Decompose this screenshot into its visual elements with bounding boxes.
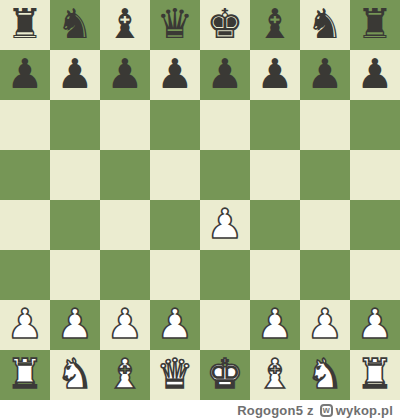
- square-b6[interactable]: [50, 100, 100, 150]
- square-g8[interactable]: ♞: [300, 0, 350, 50]
- square-b3[interactable]: [50, 250, 100, 300]
- square-h2[interactable]: ♟: [350, 300, 400, 350]
- square-b1[interactable]: ♞: [50, 350, 100, 400]
- white-bishop-piece: ♝: [257, 350, 294, 399]
- square-e2[interactable]: [200, 300, 250, 350]
- caption-site: wykop.pl: [336, 403, 393, 418]
- square-c6[interactable]: [100, 100, 150, 150]
- square-f2[interactable]: ♟: [250, 300, 300, 350]
- wykop-logo-letter: w: [323, 405, 330, 414]
- caption: Rogogon5 z w wykop.pl: [0, 400, 400, 420]
- caption-separator: z: [307, 403, 314, 418]
- square-g6[interactable]: [300, 100, 350, 150]
- white-pawn-piece: ♟: [207, 200, 244, 249]
- square-g1[interactable]: ♞: [300, 350, 350, 400]
- square-d6[interactable]: [150, 100, 200, 150]
- square-h1[interactable]: ♜: [350, 350, 400, 400]
- black-pawn-piece: ♟: [7, 50, 44, 99]
- square-a4[interactable]: [0, 200, 50, 250]
- black-rook-piece: ♜: [357, 0, 394, 49]
- wykop-logo-icon: w: [320, 404, 333, 417]
- square-g5[interactable]: [300, 150, 350, 200]
- black-knight-piece: ♞: [307, 0, 344, 49]
- white-knight-piece: ♞: [307, 350, 344, 399]
- caption-author: Rogogon5: [237, 403, 303, 418]
- square-d7[interactable]: ♟: [150, 50, 200, 100]
- chess-diagram: ♜♞♝♛♚♝♞♜♟♟♟♟♟♟♟♟♟♟♟♟♟♟♟♟♜♞♝♛♚♝♞♜ Rogogon…: [0, 0, 400, 420]
- square-f8[interactable]: ♝: [250, 0, 300, 50]
- square-g3[interactable]: [300, 250, 350, 300]
- square-a6[interactable]: [0, 100, 50, 150]
- black-pawn-piece: ♟: [157, 50, 194, 99]
- square-g7[interactable]: ♟: [300, 50, 350, 100]
- black-pawn-piece: ♟: [307, 50, 344, 99]
- black-king-piece: ♚: [207, 0, 244, 49]
- square-c4[interactable]: [100, 200, 150, 250]
- square-e1[interactable]: ♚: [200, 350, 250, 400]
- square-e4[interactable]: ♟: [200, 200, 250, 250]
- white-pawn-piece: ♟: [107, 300, 144, 349]
- square-f1[interactable]: ♝: [250, 350, 300, 400]
- black-queen-piece: ♛: [157, 0, 194, 49]
- square-c1[interactable]: ♝: [100, 350, 150, 400]
- white-rook-piece: ♜: [357, 350, 394, 399]
- black-pawn-piece: ♟: [207, 50, 244, 99]
- white-pawn-piece: ♟: [157, 300, 194, 349]
- square-f3[interactable]: [250, 250, 300, 300]
- square-b8[interactable]: ♞: [50, 0, 100, 50]
- square-b5[interactable]: [50, 150, 100, 200]
- white-rook-piece: ♜: [7, 350, 44, 399]
- black-pawn-piece: ♟: [57, 50, 94, 99]
- square-c7[interactable]: ♟: [100, 50, 150, 100]
- square-f5[interactable]: [250, 150, 300, 200]
- square-b2[interactable]: ♟: [50, 300, 100, 350]
- white-bishop-piece: ♝: [107, 350, 144, 399]
- square-d3[interactable]: [150, 250, 200, 300]
- white-king-piece: ♚: [207, 350, 244, 399]
- black-rook-piece: ♜: [7, 0, 44, 49]
- square-d1[interactable]: ♛: [150, 350, 200, 400]
- square-g4[interactable]: [300, 200, 350, 250]
- square-h7[interactable]: ♟: [350, 50, 400, 100]
- square-a1[interactable]: ♜: [0, 350, 50, 400]
- square-c2[interactable]: ♟: [100, 300, 150, 350]
- square-b7[interactable]: ♟: [50, 50, 100, 100]
- square-h6[interactable]: [350, 100, 400, 150]
- white-pawn-piece: ♟: [7, 300, 44, 349]
- black-pawn-piece: ♟: [357, 50, 394, 99]
- black-pawn-piece: ♟: [107, 50, 144, 99]
- square-c5[interactable]: [100, 150, 150, 200]
- square-e8[interactable]: ♚: [200, 0, 250, 50]
- black-pawn-piece: ♟: [257, 50, 294, 99]
- black-bishop-piece: ♝: [107, 0, 144, 49]
- square-c3[interactable]: [100, 250, 150, 300]
- white-pawn-piece: ♟: [307, 300, 344, 349]
- square-a7[interactable]: ♟: [0, 50, 50, 100]
- black-knight-piece: ♞: [57, 0, 94, 49]
- square-d2[interactable]: ♟: [150, 300, 200, 350]
- square-b4[interactable]: [50, 200, 100, 250]
- square-h5[interactable]: [350, 150, 400, 200]
- white-pawn-piece: ♟: [57, 300, 94, 349]
- square-e7[interactable]: ♟: [200, 50, 250, 100]
- chess-board: ♜♞♝♛♚♝♞♜♟♟♟♟♟♟♟♟♟♟♟♟♟♟♟♟♜♞♝♛♚♝♞♜: [0, 0, 400, 400]
- square-c8[interactable]: ♝: [100, 0, 150, 50]
- square-a5[interactable]: [0, 150, 50, 200]
- square-h3[interactable]: [350, 250, 400, 300]
- square-f4[interactable]: [250, 200, 300, 250]
- square-a2[interactable]: ♟: [0, 300, 50, 350]
- square-e5[interactable]: [200, 150, 250, 200]
- square-h4[interactable]: [350, 200, 400, 250]
- square-a8[interactable]: ♜: [0, 0, 50, 50]
- square-a3[interactable]: [0, 250, 50, 300]
- white-queen-piece: ♛: [157, 350, 194, 399]
- white-pawn-piece: ♟: [357, 300, 394, 349]
- square-f7[interactable]: ♟: [250, 50, 300, 100]
- square-h8[interactable]: ♜: [350, 0, 400, 50]
- square-e6[interactable]: [200, 100, 250, 150]
- square-d5[interactable]: [150, 150, 200, 200]
- white-knight-piece: ♞: [57, 350, 94, 399]
- square-d8[interactable]: ♛: [150, 0, 200, 50]
- square-e3[interactable]: [200, 250, 250, 300]
- square-g2[interactable]: ♟: [300, 300, 350, 350]
- square-f6[interactable]: [250, 100, 300, 150]
- white-pawn-piece: ♟: [257, 300, 294, 349]
- black-bishop-piece: ♝: [257, 0, 294, 49]
- square-d4[interactable]: [150, 200, 200, 250]
